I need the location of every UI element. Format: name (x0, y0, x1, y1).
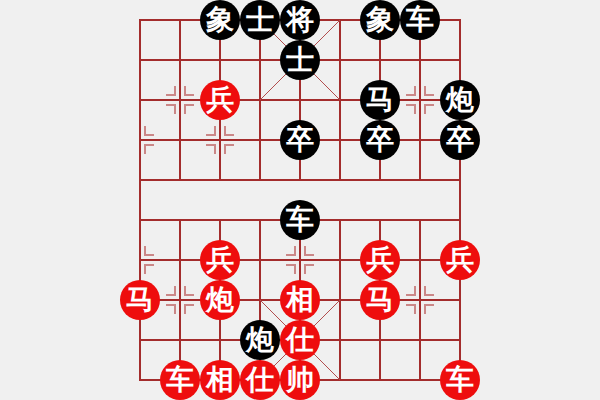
piece-black-chariot[interactable]: 车 (400, 0, 440, 40)
piece-red-soldier[interactable]: 兵 (200, 240, 240, 280)
piece-red-soldier[interactable]: 兵 (440, 240, 480, 280)
piece-black-general[interactable]: 将 (280, 0, 320, 40)
piece-red-elephant[interactable]: 相 (200, 360, 240, 400)
piece-red-horse[interactable]: 马 (360, 280, 400, 320)
piece-red-horse[interactable]: 马 (120, 280, 160, 320)
piece-black-elephant[interactable]: 象 (200, 0, 240, 40)
piece-red-chariot[interactable]: 车 (160, 360, 200, 400)
piece-red-advisor[interactable]: 仕 (280, 320, 320, 360)
piece-red-advisor[interactable]: 仕 (240, 360, 280, 400)
piece-black-soldier[interactable]: 卒 (440, 120, 480, 160)
piece-red-chariot[interactable]: 车 (440, 360, 480, 400)
piece-red-elephant[interactable]: 相 (280, 280, 320, 320)
piece-layer[interactable]: 象士将象车士兵马炮卒卒卒车兵兵兵马炮相马炮仕车相仕帅车 (120, 0, 480, 400)
piece-black-cannon[interactable]: 炮 (240, 320, 280, 360)
xiangqi-board: 象士将象车士兵马炮卒卒卒车兵兵兵马炮相马炮仕车相仕帅车 (0, 0, 600, 400)
piece-black-advisor[interactable]: 士 (280, 40, 320, 80)
piece-black-soldier[interactable]: 卒 (360, 120, 400, 160)
piece-black-cannon[interactable]: 炮 (440, 80, 480, 120)
piece-black-elephant[interactable]: 象 (360, 0, 400, 40)
piece-red-cannon[interactable]: 炮 (200, 280, 240, 320)
piece-black-chariot[interactable]: 车 (280, 200, 320, 240)
piece-red-general[interactable]: 帅 (280, 360, 320, 400)
piece-black-advisor[interactable]: 士 (240, 0, 280, 40)
piece-black-soldier[interactable]: 卒 (280, 120, 320, 160)
piece-red-soldier[interactable]: 兵 (360, 240, 400, 280)
piece-black-horse[interactable]: 马 (360, 80, 400, 120)
piece-red-soldier[interactable]: 兵 (200, 80, 240, 120)
